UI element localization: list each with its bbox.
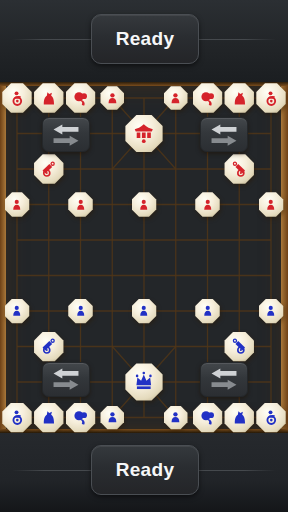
advisor-icon	[168, 410, 183, 425]
piece-blue-chariot[interactable]	[2, 403, 32, 433]
soldier-icon	[263, 303, 279, 319]
opponent-ready-button[interactable]: Ready	[91, 14, 199, 64]
piece-blue-horse[interactable]	[224, 403, 254, 433]
piece-blue-elephant[interactable]	[66, 403, 96, 433]
horse-icon	[230, 408, 249, 427]
piece-blue-advisor[interactable]	[100, 406, 124, 430]
piece-blue-general[interactable]	[125, 363, 163, 401]
advisor-icon	[105, 91, 120, 106]
swap-formation-button-bottom-left[interactable]	[42, 362, 90, 397]
player-status-bar: Ready	[0, 433, 288, 512]
chariot-icon	[262, 408, 281, 427]
soldier-icon	[73, 197, 89, 213]
horse-icon	[230, 89, 249, 108]
advisor-icon	[105, 410, 120, 425]
horse-icon	[39, 89, 58, 108]
piece-red-chariot[interactable]	[256, 83, 286, 113]
swap-arrows-icon	[51, 368, 81, 390]
general-icon	[132, 370, 156, 394]
piece-red-elephant[interactable]	[193, 83, 223, 113]
piece-red-cannon[interactable]	[34, 154, 64, 184]
piece-blue-advisor[interactable]	[164, 406, 188, 430]
piece-red-soldier[interactable]	[132, 192, 157, 217]
piece-blue-cannon[interactable]	[224, 332, 254, 362]
soldier-icon	[73, 303, 89, 319]
piece-blue-horse[interactable]	[34, 403, 64, 433]
piece-blue-cannon[interactable]	[34, 332, 64, 362]
soldier-icon	[136, 197, 152, 213]
elephant-icon	[198, 89, 217, 108]
horse-icon	[39, 408, 58, 427]
swap-formation-button-bottom-right[interactable]	[200, 362, 248, 397]
piece-red-soldier[interactable]	[5, 192, 30, 217]
piece-red-soldier[interactable]	[68, 192, 93, 217]
elephant-icon	[198, 408, 217, 427]
piece-blue-soldier[interactable]	[132, 299, 157, 324]
cannon-icon	[230, 337, 249, 356]
piece-red-horse[interactable]	[224, 83, 254, 113]
piece-blue-soldier[interactable]	[259, 299, 284, 324]
soldier-icon	[263, 197, 279, 213]
player-ready-button[interactable]: Ready	[91, 445, 199, 495]
piece-red-soldier[interactable]	[195, 192, 220, 217]
advisor-icon	[168, 91, 183, 106]
soldier-icon	[9, 197, 25, 213]
swap-formation-button-top-left[interactable]	[42, 117, 90, 152]
swap-arrows-icon	[51, 124, 81, 146]
elephant-icon	[71, 408, 90, 427]
swap-formation-button-top-right[interactable]	[200, 117, 248, 152]
chariot-icon	[8, 408, 27, 427]
swap-arrows-icon	[209, 124, 239, 146]
piece-red-cannon[interactable]	[224, 154, 254, 184]
piece-red-soldier[interactable]	[259, 192, 284, 217]
piece-blue-elephant[interactable]	[193, 403, 223, 433]
board-edge-left	[0, 82, 6, 433]
soldier-icon	[136, 303, 152, 319]
piece-blue-soldier[interactable]	[195, 299, 220, 324]
soldier-icon	[200, 197, 216, 213]
piece-red-advisor[interactable]	[164, 86, 188, 110]
piece-blue-chariot[interactable]	[256, 403, 286, 433]
board-edge-right	[281, 82, 288, 433]
elephant-icon	[71, 89, 90, 108]
piece-red-chariot[interactable]	[2, 83, 32, 113]
chariot-icon	[8, 89, 27, 108]
opponent-status-bar: Ready	[0, 0, 288, 82]
piece-blue-soldier[interactable]	[68, 299, 93, 324]
soldier-icon	[9, 303, 25, 319]
cannon-icon	[39, 160, 58, 179]
xiangqi-board[interactable]	[0, 82, 288, 433]
chariot-icon	[262, 89, 281, 108]
piece-red-elephant[interactable]	[66, 83, 96, 113]
swap-arrows-icon	[209, 368, 239, 390]
general-icon	[132, 122, 156, 146]
xiangqi-app-screen: Ready Ready	[0, 0, 288, 512]
piece-red-general[interactable]	[125, 115, 163, 153]
piece-blue-soldier[interactable]	[5, 299, 30, 324]
soldier-icon	[200, 303, 216, 319]
cannon-icon	[39, 337, 58, 356]
cannon-icon	[230, 160, 249, 179]
piece-red-horse[interactable]	[34, 83, 64, 113]
piece-red-advisor[interactable]	[100, 86, 124, 110]
